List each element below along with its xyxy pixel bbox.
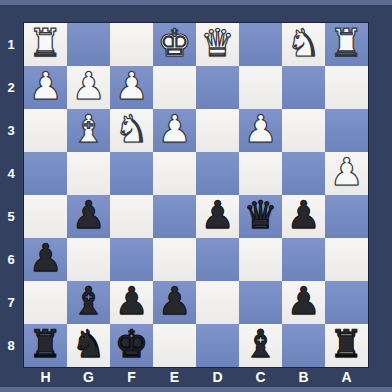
rank-label-6: 6: [0, 238, 22, 281]
square-g8[interactable]: ♞: [67, 324, 110, 367]
square-e3[interactable]: ♟: [153, 109, 196, 152]
square-a6[interactable]: [325, 238, 368, 281]
square-g2[interactable]: ♟: [67, 66, 110, 109]
square-a7[interactable]: [325, 281, 368, 324]
black-pawn-icon[interactable]: ♟: [71, 194, 105, 237]
square-h3[interactable]: [24, 109, 67, 152]
white-pawn-icon[interactable]: ♟: [114, 65, 148, 108]
rank-label-3: 3: [0, 109, 22, 152]
square-f8[interactable]: ♚: [110, 324, 153, 367]
square-b6[interactable]: [282, 238, 325, 281]
rank-label-4: 4: [0, 152, 22, 195]
white-knight-icon[interactable]: ♞: [114, 108, 148, 151]
square-c1[interactable]: [239, 23, 282, 66]
square-h8[interactable]: ♜: [24, 324, 67, 367]
square-e6[interactable]: [153, 238, 196, 281]
square-a1[interactable]: ♜: [325, 23, 368, 66]
file-label-a: A: [325, 368, 368, 387]
square-a3[interactable]: [325, 109, 368, 152]
square-f3[interactable]: ♞: [110, 109, 153, 152]
chess-board: ♜♚♛♞♜♟♟♟♝♞♟♟♟♟♟♛♟♟♝♟♟♟♜♞♚♝♜: [24, 23, 368, 367]
file-label-d: D: [196, 368, 239, 387]
square-e1[interactable]: ♚: [153, 23, 196, 66]
square-f5[interactable]: [110, 195, 153, 238]
square-d5[interactable]: ♟: [196, 195, 239, 238]
square-h2[interactable]: ♟: [24, 66, 67, 109]
black-queen-icon[interactable]: ♛: [243, 194, 277, 237]
square-f7[interactable]: ♟: [110, 281, 153, 324]
square-c6[interactable]: [239, 238, 282, 281]
white-queen-icon[interactable]: ♛: [200, 22, 234, 65]
rank-label-7: 7: [0, 281, 22, 324]
square-c3[interactable]: ♟: [239, 109, 282, 152]
white-knight-icon[interactable]: ♞: [286, 22, 320, 65]
frame-bottom-edge: [0, 387, 392, 392]
file-label-c: C: [239, 368, 282, 387]
square-d1[interactable]: ♛: [196, 23, 239, 66]
black-pawn-icon[interactable]: ♟: [28, 237, 62, 280]
file-label-b: B: [282, 368, 325, 387]
square-c4[interactable]: [239, 152, 282, 195]
square-e2[interactable]: [153, 66, 196, 109]
square-b1[interactable]: ♞: [282, 23, 325, 66]
square-f6[interactable]: [110, 238, 153, 281]
square-b4[interactable]: [282, 152, 325, 195]
black-rook-icon[interactable]: ♜: [329, 323, 363, 366]
square-a4[interactable]: ♟: [325, 152, 368, 195]
square-g4[interactable]: [67, 152, 110, 195]
frame-top-edge: [0, 0, 392, 5]
square-h6[interactable]: ♟: [24, 238, 67, 281]
square-d6[interactable]: [196, 238, 239, 281]
white-pawn-icon[interactable]: ♟: [243, 108, 277, 151]
black-pawn-icon[interactable]: ♟: [286, 194, 320, 237]
square-h5[interactable]: [24, 195, 67, 238]
square-e8[interactable]: [153, 324, 196, 367]
black-pawn-icon[interactable]: ♟: [157, 280, 191, 323]
square-h7[interactable]: [24, 281, 67, 324]
rank-label-1: 1: [0, 23, 22, 66]
square-f4[interactable]: [110, 152, 153, 195]
black-rook-icon[interactable]: ♜: [28, 323, 62, 366]
square-g7[interactable]: ♝: [67, 281, 110, 324]
rank-label-2: 2: [0, 66, 22, 109]
square-c5[interactable]: ♛: [239, 195, 282, 238]
black-king-icon[interactable]: ♚: [114, 323, 148, 366]
black-knight-icon[interactable]: ♞: [71, 323, 105, 366]
rank-label-5: 5: [0, 195, 22, 238]
square-c2[interactable]: [239, 66, 282, 109]
square-e5[interactable]: [153, 195, 196, 238]
square-b7[interactable]: ♟: [282, 281, 325, 324]
square-a8[interactable]: ♜: [325, 324, 368, 367]
white-bishop-icon[interactable]: ♝: [71, 108, 105, 151]
rank-label-8: 8: [0, 324, 22, 367]
square-a2[interactable]: [325, 66, 368, 109]
black-bishop-icon[interactable]: ♝: [71, 280, 105, 323]
square-b8[interactable]: [282, 324, 325, 367]
square-h4[interactable]: [24, 152, 67, 195]
white-pawn-icon[interactable]: ♟: [71, 65, 105, 108]
black-pawn-icon[interactable]: ♟: [286, 280, 320, 323]
square-d7[interactable]: [196, 281, 239, 324]
square-d4[interactable]: [196, 152, 239, 195]
square-d3[interactable]: [196, 109, 239, 152]
white-pawn-icon[interactable]: ♟: [329, 151, 363, 194]
white-pawn-icon[interactable]: ♟: [28, 65, 62, 108]
square-f2[interactable]: ♟: [110, 66, 153, 109]
square-f1[interactable]: [110, 23, 153, 66]
square-b2[interactable]: [282, 66, 325, 109]
square-c7[interactable]: [239, 281, 282, 324]
white-pawn-icon[interactable]: ♟: [157, 108, 191, 151]
square-a5[interactable]: [325, 195, 368, 238]
square-d2[interactable]: [196, 66, 239, 109]
file-label-h: H: [24, 368, 67, 387]
square-b5[interactable]: ♟: [282, 195, 325, 238]
square-g3[interactable]: ♝: [67, 109, 110, 152]
file-label-e: E: [153, 368, 196, 387]
square-g5[interactable]: ♟: [67, 195, 110, 238]
white-rook-icon[interactable]: ♜: [329, 22, 363, 65]
board-frame: ♜♚♛♞♜♟♟♟♝♞♟♟♟♟♟♛♟♟♝♟♟♟♜♞♚♝♜ 12345678 HGF…: [0, 0, 392, 392]
square-c8[interactable]: ♝: [239, 324, 282, 367]
square-d8[interactable]: [196, 324, 239, 367]
square-e4[interactable]: [153, 152, 196, 195]
black-pawn-icon[interactable]: ♟: [200, 194, 234, 237]
black-pawn-icon[interactable]: ♟: [114, 280, 148, 323]
square-b3[interactable]: [282, 109, 325, 152]
black-bishop-icon[interactable]: ♝: [243, 323, 277, 366]
square-g1[interactable]: [67, 23, 110, 66]
square-h1[interactable]: ♜: [24, 23, 67, 66]
square-g6[interactable]: [67, 238, 110, 281]
square-e7[interactable]: ♟: [153, 281, 196, 324]
white-king-icon[interactable]: ♚: [157, 22, 191, 65]
file-label-g: G: [67, 368, 110, 387]
white-rook-icon[interactable]: ♜: [28, 22, 62, 65]
file-label-f: F: [110, 368, 153, 387]
